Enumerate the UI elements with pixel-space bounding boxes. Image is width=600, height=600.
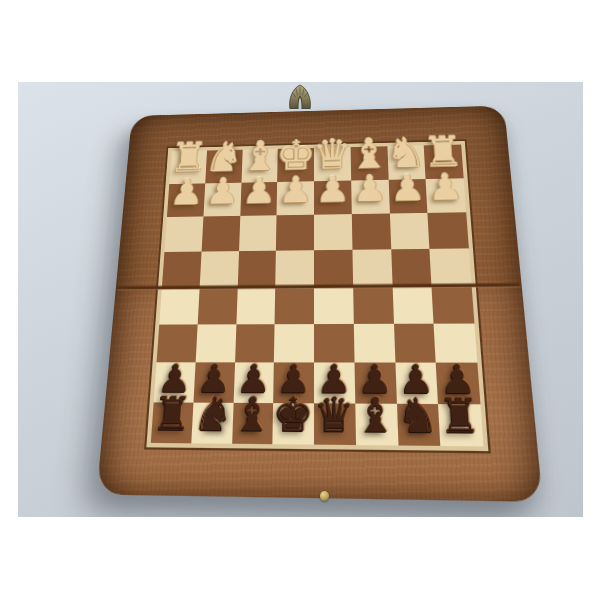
piece-white-pawn[interactable]: ♟ (278, 172, 312, 208)
square-r8c5: ♛ (314, 403, 356, 445)
piece-white-pawn[interactable]: ♟ (427, 169, 465, 206)
square-r5c5 (314, 286, 354, 324)
square-r3c1 (164, 216, 203, 251)
chess-board: ♜♞♝♚♛♝♞♜♟♟♟♟♟♟♟♟♟♟♟♟♟♟♟♟♜♞♝♚♛♝♞♜ (97, 106, 543, 502)
square-r5c7 (392, 285, 434, 323)
square-r8c6: ♝ (355, 403, 398, 445)
piece-white-pawn[interactable]: ♟ (315, 171, 350, 208)
square-r4c6 (352, 249, 392, 286)
square-r5c6 (353, 285, 394, 323)
square-r8c8: ♜ (438, 403, 483, 446)
piece-black-rook[interactable]: ♜ (151, 390, 193, 437)
square-r2c8: ♟ (426, 178, 466, 213)
piece-black-king[interactable]: ♚ (273, 391, 314, 439)
latch-pin (320, 491, 329, 501)
square-r3c5 (314, 214, 352, 250)
square-r8c1: ♜ (151, 402, 193, 443)
square-r8c7: ♞ (396, 403, 440, 446)
board-grid: ♜♞♝♚♛♝♞♜♟♟♟♟♟♟♟♟♟♟♟♟♟♟♟♟♜♞♝♚♛♝♞♜ (151, 145, 484, 447)
square-r5c8 (432, 285, 475, 323)
square-r5c4 (275, 286, 314, 324)
hinge-clasp-icon (287, 84, 313, 109)
piece-black-knight[interactable]: ♞ (396, 391, 440, 439)
piece-white-pawn[interactable]: ♟ (169, 174, 204, 210)
square-r4c4 (275, 250, 314, 287)
piece-black-knight[interactable]: ♞ (191, 391, 233, 438)
square-r2c7: ♟ (388, 179, 427, 214)
square-r2c2: ♟ (203, 182, 241, 216)
product-photo-canvas: ♜♞♝♚♛♝♞♜♟♟♟♟♟♟♟♟♟♟♟♟♟♟♟♟♜♞♝♚♛♝♞♜ (0, 0, 600, 600)
square-r5c1 (159, 287, 199, 324)
square-r4c1 (162, 251, 201, 287)
square-r3c2 (201, 216, 239, 251)
square-r5c3 (236, 286, 276, 324)
square-r4c2 (199, 251, 238, 287)
square-r3c7 (389, 213, 429, 249)
square-r8c2: ♞ (191, 402, 233, 444)
square-r3c8 (428, 212, 469, 248)
piece-white-pawn[interactable]: ♟ (352, 170, 388, 207)
piece-black-rook[interactable]: ♜ (438, 392, 483, 441)
piece-black-bishop[interactable]: ♝ (232, 391, 274, 439)
square-r3c4 (276, 215, 314, 250)
piece-white-pawn[interactable]: ♟ (389, 169, 426, 206)
piece-white-pawn[interactable]: ♟ (241, 173, 276, 209)
square-r2c1: ♟ (167, 183, 205, 217)
square-r8c3: ♝ (232, 402, 274, 444)
square-r5c2 (197, 287, 237, 324)
square-r3c3 (239, 215, 277, 250)
square-r2c3: ♟ (240, 182, 278, 216)
piece-black-bishop[interactable]: ♝ (355, 391, 398, 439)
piece-black-queen[interactable]: ♛ (314, 391, 355, 439)
square-r4c7 (391, 248, 432, 285)
square-r2c4: ♟ (277, 181, 314, 215)
square-r4c5 (314, 249, 353, 286)
photo-background: ♜♞♝♚♛♝♞♜♟♟♟♟♟♟♟♟♟♟♟♟♟♟♟♟♜♞♝♚♛♝♞♜ (18, 82, 583, 517)
square-r4c3 (237, 250, 276, 286)
square-r2c5: ♟ (314, 180, 352, 215)
piece-white-pawn[interactable]: ♟ (205, 173, 240, 209)
square-r8c4: ♚ (273, 403, 314, 445)
square-r2c6: ♟ (351, 179, 390, 214)
square-r3c6 (352, 214, 391, 250)
square-r4c8 (430, 248, 472, 285)
